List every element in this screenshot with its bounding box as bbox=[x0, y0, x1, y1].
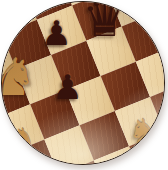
piece-light-knight-bottom-right: ♞ bbox=[128, 115, 160, 151]
wall-circle-photo: ♟♛♞♞♟♞ bbox=[1, 1, 165, 165]
board-square bbox=[164, 118, 165, 165]
board-square bbox=[143, 1, 165, 12]
board-square bbox=[1, 154, 23, 165]
board-square bbox=[1, 119, 9, 165]
board-square bbox=[1, 1, 2, 48]
piece-light-piece-bottom-left: ♞ bbox=[12, 125, 35, 151]
product-image-stage: ♟♛♞♞♟♞ bbox=[0, 0, 168, 170]
board-square bbox=[157, 1, 165, 47]
chessboard: ♟♛♞♞♟♞ bbox=[1, 1, 165, 165]
piece-dark-pawn-center: ♟ bbox=[52, 70, 82, 104]
piece-dark-queen-top-right: ♛ bbox=[82, 1, 127, 44]
piece-light-knight-left: ♞ bbox=[1, 51, 37, 103]
piece-dark-pawn-upper: ♟ bbox=[41, 16, 71, 50]
